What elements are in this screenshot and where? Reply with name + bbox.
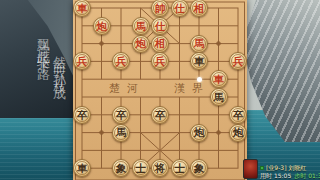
piece-red-炮[interactable]: 炮 <box>132 35 150 53</box>
piece-black-馬[interactable]: 馬 <box>112 124 130 142</box>
piece-red-車[interactable]: 車 <box>210 70 228 88</box>
move-time: 步时 01:36 <box>294 172 320 179</box>
piece-black-士[interactable]: 士 <box>132 159 150 177</box>
left-mountain <box>0 0 82 118</box>
piece-red-仕[interactable]: 仕 <box>151 17 169 35</box>
piece-black-士[interactable]: 士 <box>171 159 189 177</box>
piece-black-卒[interactable]: 卒 <box>151 106 169 124</box>
game-screen: 飘诗此驱下路 然而云孙枝成 楚河 漢界 車帥仕相炮馬仕炮相馬兵兵兵兵車車馬卒卒卒… <box>0 0 320 180</box>
piece-black-卒[interactable]: 卒 <box>112 106 130 124</box>
player-info-bar: [业9-3] 刘晓红 用时 15:05 步时 01:36 <box>243 156 319 179</box>
piece-red-馬[interactable]: 馬 <box>132 17 150 35</box>
piece-red-相[interactable]: 相 <box>151 35 169 53</box>
piece-black-炮[interactable]: 炮 <box>190 124 208 142</box>
piece-black-卒[interactable]: 卒 <box>229 106 247 124</box>
piece-red-仕[interactable]: 仕 <box>171 0 189 17</box>
board[interactable]: 楚河 漢界 車帥仕相炮馬仕炮相馬兵兵兵兵車車馬卒卒卒卒馬炮炮車象士将士象 <box>73 0 247 180</box>
piece-black-炮[interactable]: 炮 <box>229 124 247 142</box>
last-move-marker <box>197 77 202 82</box>
player-name: 刘晓红 <box>288 164 306 171</box>
total-time: 用时 15:05 <box>260 172 291 179</box>
piece-black-卒[interactable]: 卒 <box>73 106 91 124</box>
online-status-icon <box>260 166 264 170</box>
piece-black-馬[interactable]: 馬 <box>210 88 228 106</box>
piece-red-炮[interactable]: 炮 <box>93 17 111 35</box>
player-rank-badge: [业9-3] <box>266 164 286 171</box>
player-avatar[interactable] <box>243 159 258 179</box>
piece-red-馬[interactable]: 馬 <box>190 35 208 53</box>
